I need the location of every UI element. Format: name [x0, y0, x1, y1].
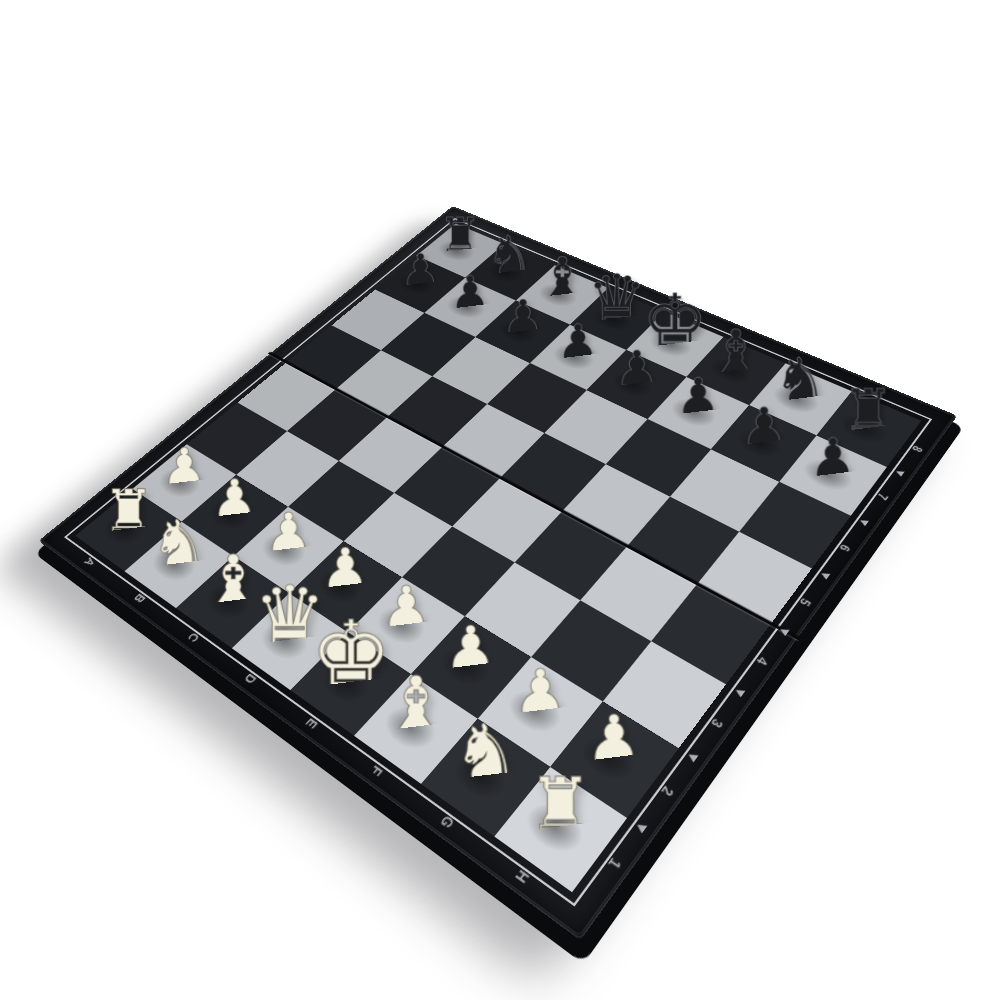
rank-label-4: 4: [753, 654, 772, 668]
scene: ♜♞♝♛♚♝♞♜♟♟♟♟♟♟♟♟♟♟♟♟♟♟♟♟♜♞♝♛♚♝♞♜ ABCDEFG…: [0, 0, 1000, 1000]
rank-label-6: 6: [836, 542, 854, 554]
board-grid: ♜♞♝♛♚♝♞♜♟♟♟♟♟♟♟♟♟♟♟♟♟♟♟♟♜♞♝♛♚♝♞♜: [75, 223, 921, 892]
product-photo-canvas: ♜♞♝♛♚♝♞♜♟♟♟♟♟♟♟♟♟♟♟♟♟♟♟♟♜♞♝♛♚♝♞♜ ABCDEFG…: [0, 0, 1000, 1000]
rank-label-8: 8: [909, 444, 926, 454]
chess-board: ♜♞♝♛♚♝♞♜♟♟♟♟♟♟♟♟♟♟♟♟♟♟♟♟♜♞♝♛♚♝♞♜ ABCDEFG…: [38, 206, 957, 941]
rank-marker-arrow: [819, 570, 830, 579]
rank-label-1: 1: [604, 855, 624, 873]
rank-marker-arrow: [858, 518, 869, 527]
piece-glyph: ♟: [212, 468, 259, 528]
rank-label-3: 3: [707, 716, 726, 731]
rank-marker-arrow: [734, 686, 746, 697]
rank-marker-arrow: [894, 468, 905, 476]
rank-marker-arrow: [686, 751, 699, 763]
white-pawn[interactable]: ♟: [321, 541, 371, 596]
board-tilt-wrapper: ♜♞♝♛♚♝♞♜♟♟♟♟♟♟♟♟♟♟♟♟♟♟♟♟♜♞♝♛♚♝♞♜ ABCDEFG…: [38, 206, 957, 941]
rank-label-7: 7: [873, 491, 890, 502]
rank-marker-arrow: [635, 820, 648, 833]
